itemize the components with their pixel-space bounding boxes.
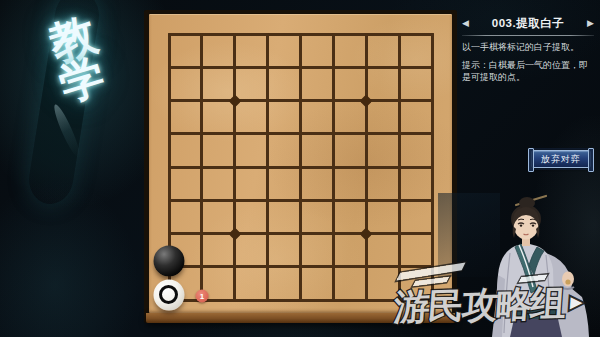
game-screen: 教 学 1 ◀ 003.提取白子 ▶ 以一手棋将标记的白子提取。 提示：白棋最后… — [0, 0, 600, 337]
lesson-description: 以一手棋将标记的白子提取。 — [462, 41, 594, 53]
prev-lesson-arrow-icon[interactable]: ◀ — [462, 19, 469, 28]
watermark-text: 游民攻略组 — [393, 282, 566, 327]
abandon-game-button[interactable]: 放弃对弈 — [531, 150, 591, 168]
lesson-title-row: ◀ 003.提取白子 ▶ — [462, 14, 594, 32]
next-lesson-arrow-icon[interactable]: ▶ — [587, 19, 594, 28]
lesson-hint: 提示：白棋最后一气的位置，即是可提取的点。 — [462, 59, 594, 83]
watermark-arrow-icon: ► — [563, 286, 591, 317]
tutorial-panel: ◀ 003.提取白子 ▶ 以一手棋将标记的白子提取。 提示：白棋最后一气的位置，… — [462, 14, 594, 83]
title-divider — [462, 35, 594, 36]
board-surface[interactable] — [149, 14, 452, 313]
watermark: 游民攻略组► — [392, 278, 591, 332]
lesson-title: 003.提取白子 — [492, 16, 564, 31]
